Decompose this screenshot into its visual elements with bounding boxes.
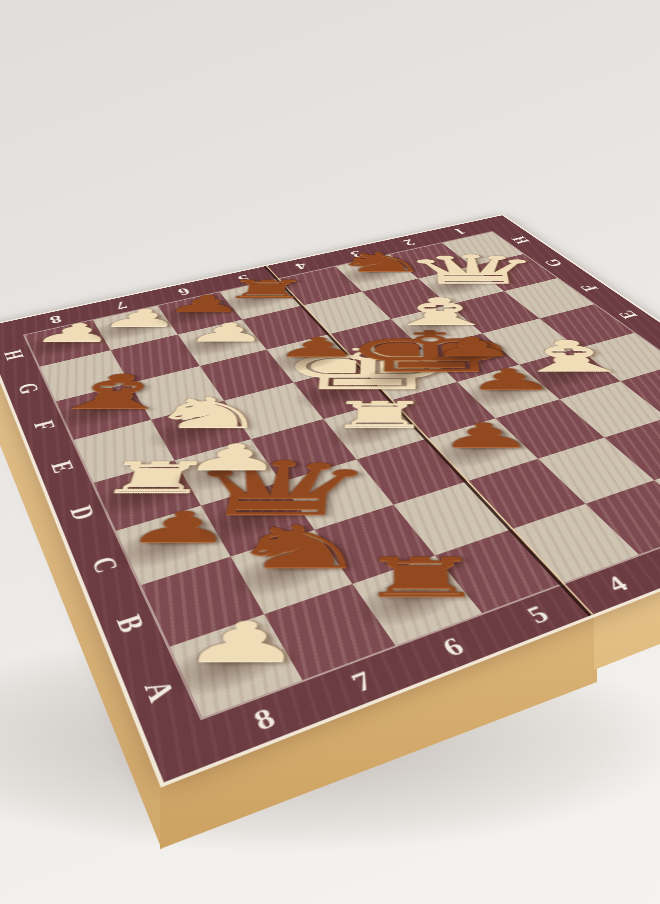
square-b6 [315,505,435,584]
white-pawn-glyph: ♟ [0,320,152,345]
white-queen-glyph: ♛ [399,250,535,290]
square-c7 [201,482,315,557]
chess-set-photo: 8877665544332211HHGGFFEEDDCCBBAA ♟♜♟♟♝♞♛… [0,0,660,904]
white-king-glyph: ♚ [269,339,429,398]
square-a3 [586,480,660,554]
